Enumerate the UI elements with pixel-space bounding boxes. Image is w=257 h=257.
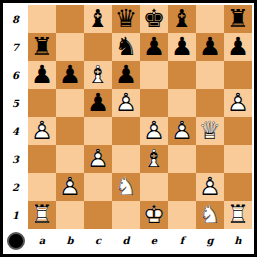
piece-glyph: ♟ <box>168 33 196 61</box>
piece-glyph: ♟ <box>140 33 168 61</box>
square-e7[interactable]: ♟ <box>140 33 168 61</box>
piece-white-knight-g1: ♞♘ <box>196 201 224 229</box>
piece-black-rook-h8: ♜ <box>224 5 252 33</box>
piece-outline: ♘ <box>112 173 140 201</box>
file-label-g: g <box>196 229 224 252</box>
file-label-b: b <box>56 229 84 252</box>
rank-label-7: 7 <box>3 33 28 61</box>
square-f2[interactable] <box>168 173 196 201</box>
square-c8[interactable]: ♝ <box>84 5 112 33</box>
square-c5[interactable]: ♟ <box>84 89 112 117</box>
piece-glyph: ♞ <box>112 33 140 61</box>
piece-white-king-e1: ♚♔ <box>140 201 168 229</box>
square-g8[interactable] <box>196 5 224 33</box>
piece-glyph: ♝ <box>168 5 196 33</box>
square-a8[interactable] <box>28 5 56 33</box>
rank-label-4: 4 <box>3 117 28 145</box>
piece-outline: ♔ <box>140 201 168 229</box>
square-e8[interactable]: ♚ <box>140 5 168 33</box>
piece-white-rook-h1: ♜♖ <box>224 201 252 229</box>
square-d4[interactable] <box>112 117 140 145</box>
square-h3[interactable] <box>224 145 252 173</box>
square-g1[interactable]: ♞♘ <box>196 201 224 229</box>
square-h6[interactable] <box>224 61 252 89</box>
file-label-f: f <box>168 229 196 252</box>
square-d3[interactable] <box>112 145 140 173</box>
square-e6[interactable] <box>140 61 168 89</box>
square-g6[interactable] <box>196 61 224 89</box>
square-d5[interactable]: ♟♙ <box>112 89 140 117</box>
piece-white-pawn-a4: ♟♙ <box>28 117 56 145</box>
square-d1[interactable] <box>112 201 140 229</box>
piece-black-rook-a7: ♜ <box>28 33 56 61</box>
square-c4[interactable] <box>84 117 112 145</box>
piece-white-pawn-b2: ♟♙ <box>56 173 84 201</box>
square-c2[interactable] <box>84 173 112 201</box>
square-b3[interactable] <box>56 145 84 173</box>
piece-outline: ♙ <box>168 117 196 145</box>
piece-outline: ♙ <box>196 173 224 201</box>
piece-glyph: ♜ <box>224 5 252 33</box>
piece-white-bishop-e3: ♝♗ <box>140 145 168 173</box>
piece-black-pawn-c5: ♟ <box>84 89 112 117</box>
square-c1[interactable] <box>84 201 112 229</box>
square-a1[interactable]: ♜♖ <box>28 201 56 229</box>
piece-outline: ♙ <box>56 173 84 201</box>
file-label-d: d <box>112 229 140 252</box>
rank-label-8: 8 <box>3 5 28 33</box>
piece-white-pawn-h5: ♟♙ <box>224 89 252 117</box>
piece-black-pawn-e7: ♟ <box>140 33 168 61</box>
side-to-move-indicator-black-circle <box>7 232 25 250</box>
square-h7[interactable]: ♟ <box>224 33 252 61</box>
square-a3[interactable] <box>28 145 56 173</box>
piece-black-bishop-c8: ♝ <box>84 5 112 33</box>
piece-white-pawn-c3: ♟♙ <box>84 145 112 173</box>
piece-glyph: ♛ <box>112 5 140 33</box>
square-h5[interactable]: ♟♙ <box>224 89 252 117</box>
square-e2[interactable] <box>140 173 168 201</box>
file-label-c: c <box>84 229 112 252</box>
square-b4[interactable] <box>56 117 84 145</box>
square-a4[interactable]: ♟♙ <box>28 117 56 145</box>
piece-outline: ♙ <box>224 89 252 117</box>
square-c3[interactable]: ♟♙ <box>84 145 112 173</box>
square-f5[interactable] <box>168 89 196 117</box>
piece-outline: ♙ <box>28 117 56 145</box>
board-layout: 8♝♛♚♝♜7♜♞♟♟♟♟6♟♟♝♗♟5♟♟♙♟♙4♟♙♟♙♟♙♛♕3♟♙♝♗2… <box>3 5 252 252</box>
square-g3[interactable] <box>196 145 224 173</box>
square-b6[interactable]: ♟ <box>56 61 84 89</box>
piece-white-pawn-e4: ♟♙ <box>140 117 168 145</box>
piece-black-pawn-a6: ♟ <box>28 61 56 89</box>
piece-outline: ♖ <box>224 201 252 229</box>
piece-glyph: ♟ <box>84 89 112 117</box>
chess-diagram: 8♝♛♚♝♜7♜♞♟♟♟♟6♟♟♝♗♟5♟♟♙♟♙4♟♙♟♙♟♙♛♕3♟♙♝♗2… <box>0 0 257 257</box>
piece-black-pawn-d6: ♟ <box>112 61 140 89</box>
piece-black-bishop-f8: ♝ <box>168 5 196 33</box>
square-h8[interactable]: ♜ <box>224 5 252 33</box>
piece-black-pawn-f7: ♟ <box>168 33 196 61</box>
square-d7[interactable]: ♞ <box>112 33 140 61</box>
square-c7[interactable] <box>84 33 112 61</box>
piece-white-knight-d2: ♞♘ <box>112 173 140 201</box>
square-a6[interactable]: ♟ <box>28 61 56 89</box>
piece-glyph: ♝ <box>84 5 112 33</box>
rank-label-3: 3 <box>3 145 28 173</box>
square-g2[interactable]: ♟♙ <box>196 173 224 201</box>
square-b2[interactable]: ♟♙ <box>56 173 84 201</box>
square-b7[interactable] <box>56 33 84 61</box>
piece-glyph: ♜ <box>28 33 56 61</box>
square-e3[interactable]: ♝♗ <box>140 145 168 173</box>
square-e1[interactable]: ♚♔ <box>140 201 168 229</box>
piece-black-pawn-b6: ♟ <box>56 61 84 89</box>
rank-label-5: 5 <box>3 89 28 117</box>
square-h1[interactable]: ♜♖ <box>224 201 252 229</box>
rank-label-1: 1 <box>3 201 28 229</box>
square-c6[interactable]: ♝♗ <box>84 61 112 89</box>
square-g7[interactable]: ♟ <box>196 33 224 61</box>
square-e4[interactable]: ♟♙ <box>140 117 168 145</box>
piece-black-knight-d7: ♞ <box>112 33 140 61</box>
square-f7[interactable]: ♟ <box>168 33 196 61</box>
square-a7[interactable]: ♜ <box>28 33 56 61</box>
piece-white-pawn-f4: ♟♙ <box>168 117 196 145</box>
piece-glyph: ♟ <box>196 33 224 61</box>
piece-glyph: ♟ <box>112 61 140 89</box>
rank-label-2: 2 <box>3 173 28 201</box>
square-f8[interactable]: ♝ <box>168 5 196 33</box>
piece-white-rook-a1: ♜♖ <box>28 201 56 229</box>
piece-white-queen-g4: ♛♕ <box>196 117 224 145</box>
piece-white-pawn-g2: ♟♙ <box>196 173 224 201</box>
rank-label-6: 6 <box>3 61 28 89</box>
file-label-h: h <box>224 229 252 252</box>
square-g4[interactable]: ♛♕ <box>196 117 224 145</box>
square-h4[interactable] <box>224 117 252 145</box>
side-to-move-cell <box>3 229 28 252</box>
file-label-e: e <box>140 229 168 252</box>
piece-outline: ♗ <box>84 61 112 89</box>
piece-glyph: ♚ <box>140 5 168 33</box>
piece-outline: ♕ <box>196 117 224 145</box>
square-d2[interactable]: ♞♘ <box>112 173 140 201</box>
square-a2[interactable] <box>28 173 56 201</box>
piece-black-queen-d8: ♛ <box>112 5 140 33</box>
square-e5[interactable] <box>140 89 168 117</box>
piece-black-pawn-h7: ♟ <box>224 33 252 61</box>
square-g5[interactable] <box>196 89 224 117</box>
square-b5[interactable] <box>56 89 84 117</box>
piece-outline: ♘ <box>196 201 224 229</box>
piece-glyph: ♟ <box>28 61 56 89</box>
file-label-a: a <box>28 229 56 252</box>
square-d8[interactable]: ♛ <box>112 5 140 33</box>
piece-white-pawn-d5: ♟♙ <box>112 89 140 117</box>
square-d6[interactable]: ♟ <box>112 61 140 89</box>
square-h2[interactable] <box>224 173 252 201</box>
square-f4[interactable]: ♟♙ <box>168 117 196 145</box>
piece-black-pawn-g7: ♟ <box>196 33 224 61</box>
piece-outline: ♙ <box>140 117 168 145</box>
piece-glyph: ♟ <box>56 61 84 89</box>
piece-outline: ♙ <box>112 89 140 117</box>
square-f3[interactable] <box>168 145 196 173</box>
square-a5[interactable] <box>28 89 56 117</box>
piece-outline: ♗ <box>140 145 168 173</box>
square-f1[interactable] <box>168 201 196 229</box>
piece-glyph: ♟ <box>224 33 252 61</box>
piece-black-king-e8: ♚ <box>140 5 168 33</box>
square-f6[interactable] <box>168 61 196 89</box>
square-b8[interactable] <box>56 5 84 33</box>
piece-outline: ♖ <box>28 201 56 229</box>
piece-white-bishop-c6: ♝♗ <box>84 61 112 89</box>
piece-outline: ♙ <box>84 145 112 173</box>
square-b1[interactable] <box>56 201 84 229</box>
